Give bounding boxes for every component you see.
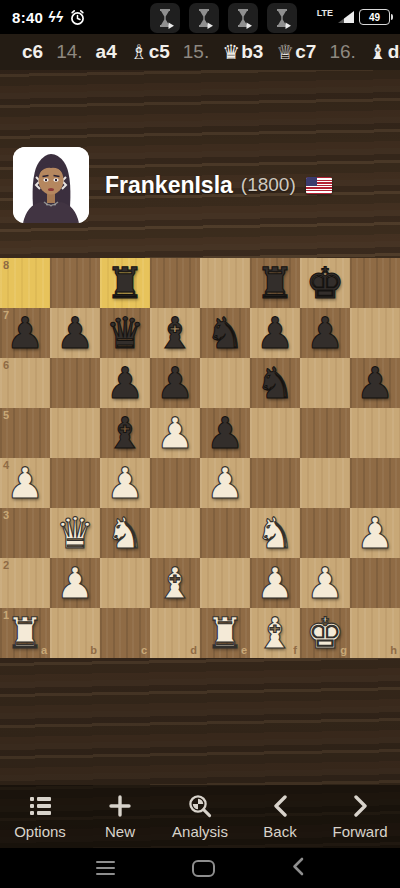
square-g7[interactable]: ♟ [300, 308, 350, 358]
black-rook: ♜ [106, 262, 145, 305]
square-h8[interactable] [350, 258, 400, 308]
white-bishop: ♝ [156, 562, 195, 605]
square-f1[interactable]: ♝f [250, 608, 300, 658]
square-c3[interactable]: ♞ [100, 508, 150, 558]
move-list-bar[interactable]: c614.a4♗c515.♛b3♕c716.♝d2♖ac8 [0, 34, 400, 70]
square-c7[interactable]: ♛ [100, 308, 150, 358]
square-e1[interactable]: ♜e [200, 608, 250, 658]
hourglass-notification-icon[interactable] [189, 3, 219, 37]
black-bishop: ♝ [156, 312, 195, 355]
square-c6[interactable]: ♟ [100, 358, 150, 408]
square-g6[interactable] [300, 358, 350, 408]
square-f3[interactable]: ♞ [250, 508, 300, 558]
black-pawn: ♟ [56, 312, 95, 355]
black-pawn: ♟ [156, 362, 195, 405]
square-c1[interactable]: c [100, 608, 150, 658]
black-pawn: ♟ [6, 312, 45, 355]
analysis-label: Analysis [172, 823, 228, 840]
square-e3[interactable] [200, 508, 250, 558]
square-c5[interactable]: ♝ [100, 408, 150, 458]
square-h4[interactable] [350, 458, 400, 508]
square-d3[interactable] [150, 508, 200, 558]
rank-label-8: 8 [3, 260, 9, 271]
home-icon[interactable] [192, 860, 215, 877]
options-button[interactable]: Options [1, 793, 79, 840]
file-label-f: f [293, 645, 297, 656]
square-d8[interactable] [150, 258, 200, 308]
move-item[interactable]: ♗c5 [130, 40, 170, 64]
chevron-left-icon [273, 793, 288, 819]
square-e4[interactable]: ♟ [200, 458, 250, 508]
square-b8[interactable] [50, 258, 100, 308]
file-label-g: g [340, 645, 347, 656]
square-h5[interactable] [350, 408, 400, 458]
black-pawn: ♟ [306, 312, 345, 355]
file-label-a: a [41, 645, 47, 656]
square-d5[interactable]: ♟ [150, 408, 200, 458]
clock-time: 8:40 [12, 9, 43, 26]
square-c2[interactable] [100, 558, 150, 608]
android-nav-bar [0, 848, 400, 888]
black-king: ♚ [306, 262, 345, 305]
player-name: FrankenIsla [105, 172, 233, 199]
square-g5[interactable] [300, 408, 350, 458]
square-h3[interactable]: ♟ [350, 508, 400, 558]
file-label-e: e [241, 645, 247, 656]
rank-label-7: 7 [3, 310, 9, 321]
white-pawn: ♟ [306, 562, 345, 605]
chevron-right-icon [353, 793, 368, 819]
rank-label-3: 3 [3, 510, 9, 521]
black-knight: ♞ [256, 362, 295, 405]
back-label: Back [263, 823, 296, 840]
signal-strength-icon [338, 11, 354, 23]
avatar[interactable] [13, 147, 89, 223]
square-d6[interactable]: ♟ [150, 358, 200, 408]
white-pawn: ♟ [256, 562, 295, 605]
square-a7[interactable]: ♟7 [0, 308, 50, 358]
black-pawn: ♟ [356, 362, 395, 405]
hourglass-notification-icon[interactable] [150, 3, 180, 37]
new-label: New [105, 823, 135, 840]
black-pawn: ♟ [206, 412, 245, 455]
black-knight: ♞ [206, 312, 245, 355]
square-a5[interactable]: 5 [0, 408, 50, 458]
battery-icon: 49 [359, 9, 390, 25]
square-h1[interactable]: h [350, 608, 400, 658]
square-h6[interactable]: ♟ [350, 358, 400, 408]
us-flag-icon [306, 177, 332, 194]
rank-label-5: 5 [3, 410, 9, 421]
black-rook: ♜ [256, 262, 295, 305]
hourglass-notification-icon[interactable] [267, 3, 297, 37]
white-pawn: ♟ [106, 462, 145, 505]
lightning-icons: ϟϟ [48, 9, 63, 25]
android-back-icon[interactable] [292, 857, 304, 880]
black-queen: ♛ [106, 312, 145, 355]
white-queen: ♛ [56, 512, 95, 555]
file-label-c: c [141, 645, 147, 656]
plus-icon [108, 793, 132, 819]
forward-button[interactable]: Forward [321, 793, 399, 840]
square-h7[interactable] [350, 308, 400, 358]
black-pawn: ♟ [256, 312, 295, 355]
white-pawn: ♟ [206, 462, 245, 505]
square-f6[interactable]: ♞ [250, 358, 300, 408]
square-a4[interactable]: ♟4 [0, 458, 50, 508]
network-type-label: LTE [317, 8, 333, 18]
hourglass-notification-icon[interactable] [228, 3, 258, 37]
chess-board[interactable]: 8♜♜♚♟7♟♛♝♞♟♟6♟♟♞♟5♝♟♟♟4♟♟3♛♞♞♟2♟♝♟♟♜1abc… [0, 258, 400, 658]
rank-label-4: 4 [3, 460, 9, 471]
square-d2[interactable]: ♝ [150, 558, 200, 608]
analysis-button[interactable]: Analysis [161, 793, 239, 840]
black-bishop: ♝ [106, 412, 145, 455]
bottom-toolbar: Options New Analysis Back Forward [0, 785, 400, 848]
white-bishop: ♝ [256, 612, 295, 655]
square-d4[interactable] [150, 458, 200, 508]
move-item[interactable]: ♕c7 [276, 40, 316, 64]
move-item[interactable]: ♛b3 [222, 40, 263, 64]
square-f8[interactable]: ♜ [250, 258, 300, 308]
move-item[interactable]: ♝d2 [369, 40, 400, 64]
white-knight: ♞ [256, 512, 295, 555]
square-g4[interactable] [300, 458, 350, 508]
file-label-h: h [390, 645, 397, 656]
square-a6[interactable]: 6 [0, 358, 50, 408]
options-list-icon [30, 793, 51, 819]
new-game-button[interactable]: New [81, 793, 159, 840]
square-b2[interactable]: ♟ [50, 558, 100, 608]
square-a1[interactable]: ♜1a [0, 608, 50, 658]
square-f2[interactable]: ♟ [250, 558, 300, 608]
square-f4[interactable] [250, 458, 300, 508]
square-e7[interactable]: ♞ [200, 308, 250, 358]
square-b7[interactable]: ♟ [50, 308, 100, 358]
square-b4[interactable] [50, 458, 100, 508]
rank-label-1: 1 [3, 610, 9, 621]
player-rating: (1800) [241, 174, 296, 196]
square-g2[interactable]: ♟ [300, 558, 350, 608]
square-f7[interactable]: ♟ [250, 308, 300, 358]
square-e5[interactable]: ♟ [200, 408, 250, 458]
square-b3[interactable]: ♛ [50, 508, 100, 558]
square-g8[interactable]: ♚ [300, 258, 350, 308]
recents-menu-icon[interactable] [96, 861, 115, 875]
white-pawn: ♟ [56, 562, 95, 605]
white-pawn: ♟ [156, 412, 195, 455]
white-pawn: ♟ [6, 462, 45, 505]
square-a8[interactable]: 8 [0, 258, 50, 308]
square-b5[interactable] [50, 408, 100, 458]
analysis-magnifier-icon [187, 793, 213, 819]
move-number[interactable]: 14. [56, 41, 82, 63]
rank-label-2: 2 [3, 560, 9, 571]
square-h2[interactable] [350, 558, 400, 608]
move-item[interactable]: c6 [22, 41, 43, 63]
white-rook: ♜ [206, 612, 245, 655]
square-g1[interactable]: ♚g [300, 608, 350, 658]
square-d1[interactable]: d [150, 608, 200, 658]
square-e2[interactable] [200, 558, 250, 608]
file-label-d: d [190, 645, 197, 656]
alarm-clock-icon [69, 9, 86, 26]
back-button[interactable]: Back [241, 793, 319, 840]
white-rook: ♜ [6, 612, 45, 655]
white-knight: ♞ [106, 512, 145, 555]
move-item[interactable]: a4 [96, 41, 117, 63]
white-pawn: ♟ [356, 512, 395, 555]
player-info-row: FrankenIsla (1800) [0, 147, 400, 223]
move-number[interactable]: 15. [183, 41, 209, 63]
square-a2[interactable]: 2 [0, 558, 50, 608]
square-b6[interactable] [50, 358, 100, 408]
status-bar: 8:40 ϟϟ LTE 49 [0, 0, 400, 34]
options-label: Options [14, 823, 66, 840]
square-c8[interactable]: ♜ [100, 258, 150, 308]
move-number[interactable]: 16. [329, 41, 355, 63]
notification-hourglass-icons [150, 3, 297, 37]
square-e6[interactable] [200, 358, 250, 408]
square-g3[interactable] [300, 508, 350, 558]
file-label-b: b [90, 645, 97, 656]
black-pawn: ♟ [106, 362, 145, 405]
square-f5[interactable] [250, 408, 300, 458]
forward-label: Forward [332, 823, 387, 840]
square-a3[interactable]: 3 [0, 508, 50, 558]
white-king: ♚ [306, 612, 345, 655]
phone-screen: 8:40 ϟϟ LTE 49 c614.a4♗c515.♛b3♕c716.♝d2… [0, 0, 400, 888]
square-d7[interactable]: ♝ [150, 308, 200, 358]
rank-label-6: 6 [3, 360, 9, 371]
square-c4[interactable]: ♟ [100, 458, 150, 508]
square-e8[interactable] [200, 258, 250, 308]
square-b1[interactable]: b [50, 608, 100, 658]
